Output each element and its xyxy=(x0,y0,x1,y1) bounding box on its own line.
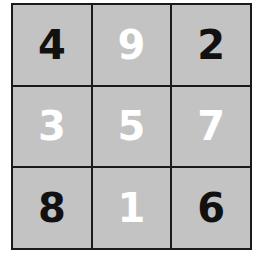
cell-r2c0: 8 xyxy=(13,168,91,248)
cell-r1c1: 5 xyxy=(93,87,171,167)
cell-r0c2: 2 xyxy=(172,5,250,85)
cell-r2c2: 6 xyxy=(172,168,250,248)
cell-r2c1: 1 xyxy=(93,168,171,248)
magic-square-board: 492357816 xyxy=(11,3,252,250)
cell-r0c1: 9 xyxy=(93,5,171,85)
cell-r0c0: 4 xyxy=(13,5,91,85)
cell-r1c2: 7 xyxy=(172,87,250,167)
cell-r1c0: 3 xyxy=(13,87,91,167)
